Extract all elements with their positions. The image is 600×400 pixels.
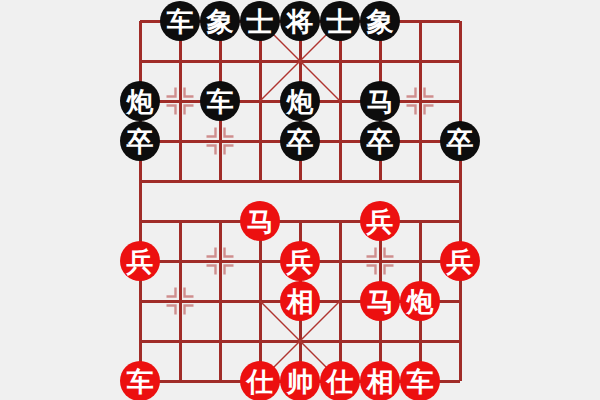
piece-black-elephant[interactable]: 象 bbox=[360, 1, 400, 41]
piece-black-elephant[interactable]: 象 bbox=[200, 1, 240, 41]
piece-black-horse[interactable]: 马 bbox=[360, 81, 400, 121]
piece-black-advisor[interactable]: 士 bbox=[240, 1, 280, 41]
piece-black-pawn[interactable]: 卒 bbox=[280, 121, 320, 161]
piece-red-cannon[interactable]: 炮 bbox=[400, 281, 440, 321]
piece-red-pawn[interactable]: 兵 bbox=[360, 201, 400, 241]
pieces-layer: 车象士将士象炮车炮马卒卒卒卒马兵兵兵兵相马炮车仕帅仕相车 bbox=[0, 0, 600, 400]
piece-black-advisor[interactable]: 士 bbox=[320, 1, 360, 41]
piece-black-chariot[interactable]: 车 bbox=[200, 81, 240, 121]
xiangqi-board[interactable]: 车象士将士象炮车炮马卒卒卒卒马兵兵兵兵相马炮车仕帅仕相车 bbox=[0, 0, 600, 400]
piece-black-pawn[interactable]: 卒 bbox=[120, 121, 160, 161]
piece-red-advisor[interactable]: 仕 bbox=[240, 361, 280, 400]
piece-red-pawn[interactable]: 兵 bbox=[120, 241, 160, 281]
piece-red-chariot[interactable]: 车 bbox=[120, 361, 160, 400]
piece-red-king[interactable]: 帅 bbox=[280, 361, 320, 400]
piece-red-pawn[interactable]: 兵 bbox=[440, 241, 480, 281]
piece-black-chariot[interactable]: 车 bbox=[160, 1, 200, 41]
piece-black-king[interactable]: 将 bbox=[280, 1, 320, 41]
piece-red-pawn[interactable]: 兵 bbox=[280, 241, 320, 281]
piece-black-pawn[interactable]: 卒 bbox=[360, 121, 400, 161]
piece-black-pawn[interactable]: 卒 bbox=[440, 121, 480, 161]
piece-red-elephant[interactable]: 相 bbox=[360, 361, 400, 400]
piece-red-advisor[interactable]: 仕 bbox=[320, 361, 360, 400]
piece-black-cannon[interactable]: 炮 bbox=[280, 81, 320, 121]
piece-red-horse[interactable]: 马 bbox=[360, 281, 400, 321]
piece-red-horse[interactable]: 马 bbox=[240, 201, 280, 241]
piece-red-chariot[interactable]: 车 bbox=[400, 361, 440, 400]
piece-black-cannon[interactable]: 炮 bbox=[120, 81, 160, 121]
piece-red-elephant[interactable]: 相 bbox=[280, 281, 320, 321]
